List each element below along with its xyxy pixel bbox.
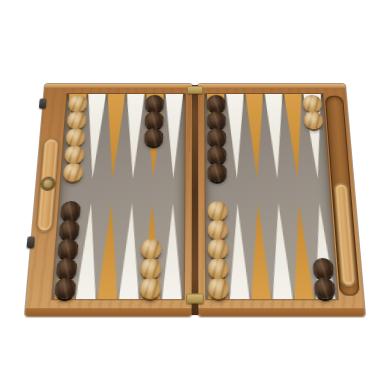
checker-dark[interactable] [207, 162, 227, 181]
point-6[interactable] [207, 203, 229, 299]
point-18[interactable] [163, 94, 184, 179]
checker-dark[interactable] [206, 94, 225, 111]
metal-clasp-bottom-icon [26, 236, 35, 248]
checker-dark[interactable] [56, 238, 78, 258]
point-8[interactable] [140, 203, 163, 299]
checker-light[interactable] [207, 201, 228, 221]
point-19[interactable] [206, 94, 227, 179]
points-row-bottom-left [53, 203, 183, 299]
brass-hinge-top-icon [187, 86, 203, 94]
checker-light[interactable] [66, 111, 87, 129]
checker-dark[interactable] [145, 94, 165, 111]
checker-dark[interactable] [206, 128, 226, 146]
checker-dark[interactable] [59, 201, 81, 221]
checker-light[interactable] [207, 257, 228, 278]
point-20[interactable] [225, 94, 247, 179]
checker-dark[interactable] [58, 219, 80, 239]
checker-stack-point-6 [207, 201, 229, 298]
point-16[interactable] [123, 94, 146, 179]
board-left-half [25, 84, 192, 316]
point-9[interactable] [118, 203, 142, 299]
points-row-top-left [62, 94, 184, 179]
playing-field-right [205, 94, 338, 299]
checker-dark[interactable] [206, 145, 226, 163]
point-18-triangle [163, 94, 184, 179]
checker-light[interactable] [65, 128, 86, 146]
checker-dark[interactable] [314, 277, 337, 298]
points-row-bottom-right [207, 203, 337, 299]
checker-light[interactable] [67, 94, 87, 111]
bar-hinge-gap [192, 85, 199, 315]
metal-clasp-top-icon [39, 99, 47, 109]
playing-field-left [52, 94, 185, 299]
point-7[interactable] [161, 203, 183, 299]
checker-dark[interactable] [144, 128, 164, 146]
checker-light[interactable] [304, 111, 325, 129]
checker-light[interactable] [140, 257, 161, 278]
points-row-top-right [206, 94, 328, 179]
board-right-half [198, 84, 365, 316]
checker-stack-point-1 [313, 258, 337, 298]
checker-light[interactable] [141, 238, 162, 258]
point-5[interactable] [227, 203, 250, 299]
point-9-triangle [118, 203, 142, 299]
point-5-triangle [227, 203, 250, 299]
checker-stack-point-17 [144, 95, 165, 146]
checker-light[interactable] [207, 277, 228, 298]
checker-light[interactable] [63, 145, 84, 163]
brass-hinge-bottom-icon [186, 293, 204, 303]
backgammon-board [25, 84, 365, 316]
checker-light[interactable] [303, 94, 323, 111]
checker-light[interactable] [207, 219, 228, 239]
point-24[interactable] [302, 94, 327, 179]
checker-dark[interactable] [313, 257, 335, 278]
point-7-triangle [161, 203, 183, 299]
point-17[interactable] [143, 94, 165, 179]
checker-dark[interactable] [55, 257, 77, 278]
photo-stage [0, 0, 390, 390]
checker-stack-point-8 [140, 239, 162, 298]
checker-light[interactable] [207, 238, 228, 258]
point-16-triangle [123, 94, 146, 179]
checker-dark[interactable] [206, 111, 226, 129]
checker-stack-point-19 [206, 95, 227, 181]
checker-light[interactable] [62, 162, 83, 181]
checker-light[interactable] [140, 277, 162, 298]
checker-stack-point-24 [303, 95, 325, 128]
point-1[interactable] [309, 203, 336, 299]
point-20-triangle [225, 94, 247, 179]
checker-dark[interactable] [144, 111, 164, 129]
checker-dark[interactable] [54, 277, 77, 298]
